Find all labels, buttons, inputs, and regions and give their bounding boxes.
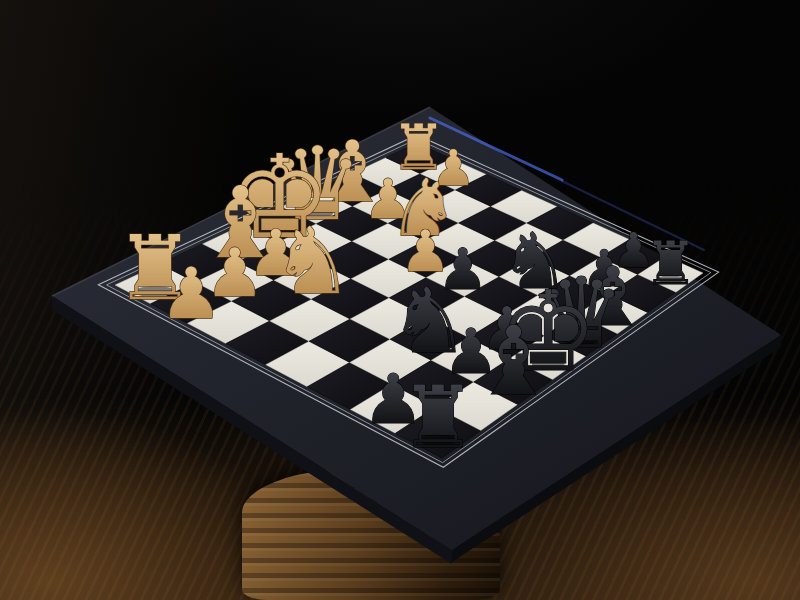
piece-black-rook-a8[interactable]: ♜ [644, 228, 698, 298]
piece-black-bishop-f8[interactable]: ♝ [471, 306, 556, 416]
scene: ♜♟♝♟♛♞♚♝♟♟♟♜♟♞♟♞♟♜♟♝♛♟♞♚♟♝♟♜ [0, 0, 800, 600]
chessboard: ♜♟♝♟♛♞♚♝♟♟♟♜♟♞♟♞♟♜♟♝♛♟♞♚♟♝♟♜ [0, 0, 800, 600]
piece-white-pawn-h2[interactable]: ♟ [160, 253, 223, 335]
piece-white-knight-f3[interactable]: ♞ [272, 208, 354, 315]
piece-black-rook-h8[interactable]: ♜ [400, 367, 477, 467]
